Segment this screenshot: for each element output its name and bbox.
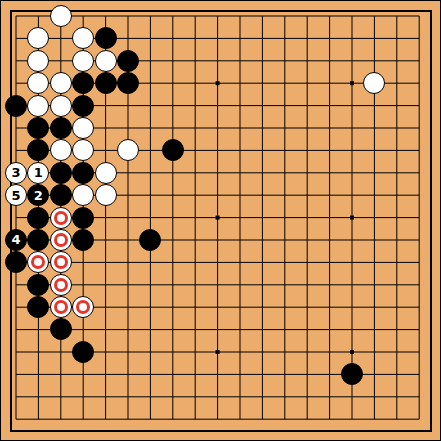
white-stone (363, 72, 385, 94)
black-stone (27, 296, 49, 318)
white-stone-circled (27, 251, 49, 273)
black-stone (5, 95, 27, 117)
white-stone (72, 50, 94, 72)
black-stone (341, 363, 363, 385)
black-stone (27, 229, 49, 251)
white-stone (27, 50, 49, 72)
black-stone (117, 72, 139, 94)
black-stone-numbered: 4 (5, 229, 27, 251)
white-stone (72, 139, 94, 161)
move-number: 4 (11, 233, 20, 246)
white-stone-numbered: 3 (5, 162, 27, 184)
white-stone (95, 162, 117, 184)
circle-mark (54, 211, 68, 225)
black-stone (72, 341, 94, 363)
stones-layer: 12345 (5, 5, 431, 431)
white-stone (50, 139, 72, 161)
circle-mark (31, 255, 45, 269)
black-stone (117, 50, 139, 72)
move-number: 5 (11, 189, 20, 202)
black-stone (72, 229, 94, 251)
white-stone (72, 117, 94, 139)
move-number: 1 (34, 166, 43, 179)
white-stone-circled (50, 274, 72, 296)
black-stone (50, 162, 72, 184)
white-stone (27, 72, 49, 94)
white-stone (72, 27, 94, 49)
go-board: 12345 (0, 0, 441, 441)
black-stone (162, 139, 184, 161)
circle-mark (54, 233, 68, 247)
white-stone (27, 95, 49, 117)
circle-mark (76, 300, 90, 314)
black-stone (50, 318, 72, 340)
white-stone (50, 5, 72, 27)
white-stone-circled (50, 251, 72, 273)
white-stone-numbered: 5 (5, 184, 27, 206)
move-number: 3 (11, 166, 20, 179)
black-stone (95, 72, 117, 94)
white-stone-numbered: 1 (27, 162, 49, 184)
move-number: 2 (34, 189, 43, 202)
black-stone (72, 207, 94, 229)
white-stone-circled (72, 296, 94, 318)
black-stone (5, 251, 27, 273)
white-stone (117, 139, 139, 161)
black-stone (95, 27, 117, 49)
black-stone (72, 72, 94, 94)
black-stone (50, 184, 72, 206)
circle-mark (54, 255, 68, 269)
white-stone-circled (50, 229, 72, 251)
black-stone (27, 207, 49, 229)
black-stone (27, 139, 49, 161)
white-stone (95, 184, 117, 206)
white-stone (50, 72, 72, 94)
black-stone-numbered: 2 (27, 184, 49, 206)
circle-mark (54, 300, 68, 314)
white-stone (50, 95, 72, 117)
black-stone (72, 162, 94, 184)
white-stone (27, 27, 49, 49)
white-stone (72, 184, 94, 206)
white-stone-circled (50, 207, 72, 229)
black-stone (139, 229, 161, 251)
white-stone (95, 50, 117, 72)
black-stone (27, 117, 49, 139)
circle-mark (54, 278, 68, 292)
black-stone (27, 274, 49, 296)
white-stone-circled (50, 296, 72, 318)
black-stone (50, 117, 72, 139)
black-stone (72, 95, 94, 117)
